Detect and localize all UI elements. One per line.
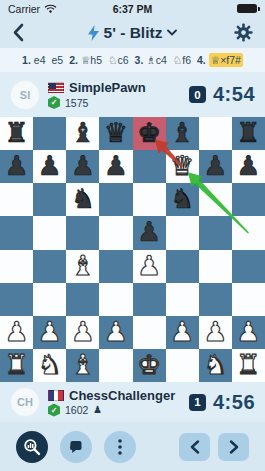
square-d1[interactable]	[99, 349, 132, 382]
square-b5[interactable]	[33, 216, 66, 249]
lightning-icon	[88, 25, 99, 41]
chevron-right-icon	[229, 440, 239, 454]
move-number: 3.	[135, 54, 144, 66]
white-king: ♚	[137, 351, 161, 378]
chevron-down-icon	[167, 29, 177, 36]
square-g5[interactable]	[199, 216, 232, 249]
square-b2[interactable]: ♟	[33, 316, 66, 349]
square-d3[interactable]	[99, 283, 132, 316]
white-bishop: ♝	[71, 351, 95, 378]
verified-badge-icon: ✓	[48, 96, 60, 109]
square-f4[interactable]	[166, 250, 199, 283]
analysis-magnifier-icon	[23, 438, 41, 456]
chess-board[interactable]: ♜♝♛♚♝♜♟♟♟♟♛♟♟♞♞♟♝♟♟♟♟♟♟♟♟♜♞♝♚♞♜	[0, 117, 265, 382]
white-pawn: ♟	[38, 318, 62, 345]
chat-bubble-icon	[68, 439, 84, 455]
square-c1[interactable]: ♝	[66, 349, 99, 382]
flag-us-icon	[48, 82, 64, 93]
square-g4[interactable]	[199, 250, 232, 283]
square-a8[interactable]: ♜	[0, 117, 33, 150]
move-token[interactable]: ♗c4	[146, 54, 167, 66]
square-c8[interactable]: ♝	[66, 117, 99, 150]
square-g7[interactable]: ♟	[199, 150, 232, 183]
chevron-left-icon	[190, 440, 200, 454]
square-g1[interactable]: ♞	[199, 349, 232, 382]
square-h3[interactable]	[232, 283, 265, 316]
white-knight: ♞	[203, 351, 227, 378]
black-knight: ♞	[71, 185, 95, 212]
black-rook: ♜	[4, 119, 28, 146]
avatar-bottom[interactable]: CH	[10, 387, 40, 417]
pawn-icon: ♟	[93, 405, 102, 415]
square-h1[interactable]: ♜	[232, 349, 265, 382]
white-rook: ♜	[4, 351, 28, 378]
move-token[interactable]: ♘c6	[108, 54, 129, 66]
white-pawn: ♟	[4, 318, 28, 345]
analysis-button[interactable]	[16, 431, 48, 463]
square-a6[interactable]	[0, 183, 33, 216]
square-e1[interactable]: ♚	[133, 349, 166, 382]
game-clock-bottom: 4:56	[213, 391, 255, 414]
square-f3[interactable]	[166, 283, 199, 316]
player-rating-bottom: 1602	[65, 404, 88, 416]
square-d4[interactable]	[99, 250, 132, 283]
white-pawn: ♟	[137, 252, 161, 279]
square-e7[interactable]	[133, 150, 166, 183]
black-pawn: ♟	[137, 218, 161, 245]
square-e8[interactable]: ♚	[133, 117, 166, 150]
white-pawn: ♟	[236, 318, 260, 345]
square-a5[interactable]	[0, 216, 33, 249]
square-e3[interactable]	[133, 283, 166, 316]
square-b6[interactable]	[33, 183, 66, 216]
black-bishop: ♝	[170, 119, 194, 146]
gear-icon	[234, 23, 253, 42]
black-pawn: ♟	[4, 152, 28, 179]
square-b1[interactable]: ♞	[33, 349, 66, 382]
prev-move-button[interactable]	[179, 433, 210, 461]
square-a3[interactable]	[0, 283, 33, 316]
square-d5[interactable]	[99, 216, 132, 249]
square-h4[interactable]	[232, 250, 265, 283]
square-a2[interactable]: ♟	[0, 316, 33, 349]
player-rating-top: 1575	[65, 97, 88, 109]
square-b7[interactable]: ♟	[33, 150, 66, 183]
white-pawn: ♟	[71, 318, 95, 345]
clock-time: 6:37 PM	[0, 3, 265, 15]
score-badge-top: 0	[189, 86, 206, 103]
app-header: 5' - Blitz	[0, 17, 265, 48]
square-h6[interactable]	[232, 183, 265, 216]
square-d8[interactable]: ♛	[99, 117, 132, 150]
game-mode-dropdown[interactable]: 5' - Blitz	[0, 24, 265, 42]
status-bar: Carrier 6:37 PM	[0, 0, 265, 17]
flag-fr-icon	[48, 390, 64, 401]
square-a1[interactable]: ♜	[0, 349, 33, 382]
player-bottom[interactable]: CH ChessChallenger ✓ 1602 ♟ 1 4:56	[0, 382, 265, 422]
square-h8[interactable]: ♜	[232, 117, 265, 150]
white-knight: ♞	[38, 351, 62, 378]
vertical-ellipsis-icon	[117, 438, 123, 456]
settings-button[interactable]	[234, 23, 253, 42]
next-move-button[interactable]	[218, 433, 249, 461]
square-c4[interactable]: ♝	[66, 250, 99, 283]
square-g8[interactable]	[199, 117, 232, 150]
black-rook: ♜	[236, 119, 260, 146]
move-token[interactable]: e5	[52, 54, 64, 66]
black-queen: ♛	[104, 119, 128, 146]
move-token[interactable]: ♘f6	[173, 54, 191, 66]
square-c5[interactable]	[66, 216, 99, 249]
square-e6[interactable]	[133, 183, 166, 216]
square-d6[interactable]	[99, 183, 132, 216]
white-pawn: ♟	[104, 318, 128, 345]
score-badge-bottom: 1	[189, 394, 206, 411]
bottom-toolbar	[0, 422, 265, 471]
back-button[interactable]	[12, 23, 24, 42]
square-g3[interactable]	[199, 283, 232, 316]
black-king: ♚	[137, 119, 161, 146]
square-c2[interactable]: ♟	[66, 316, 99, 349]
square-f2[interactable]: ♟	[166, 316, 199, 349]
square-b4[interactable]	[33, 250, 66, 283]
white-rook: ♜	[236, 351, 260, 378]
square-g2[interactable]: ♟	[199, 316, 232, 349]
square-h7[interactable]: ♟	[232, 150, 265, 183]
square-d2[interactable]: ♟	[99, 316, 132, 349]
square-d7[interactable]: ♟	[99, 150, 132, 183]
square-g6[interactable]	[199, 183, 232, 216]
square-b3[interactable]	[33, 283, 66, 316]
game-clock-top: 4:54	[213, 83, 255, 106]
black-bishop: ♝	[71, 119, 95, 146]
white-bishop: ♝	[71, 252, 95, 279]
square-f7[interactable]: ♛	[166, 150, 199, 183]
black-knight: ♞	[170, 185, 194, 212]
move-number: 2.	[69, 54, 78, 66]
verified-badge-icon: ✓	[48, 404, 60, 417]
avatar-top[interactable]: SI	[10, 80, 40, 110]
square-f1[interactable]	[166, 349, 199, 382]
white-pawn: ♟	[203, 318, 227, 345]
move-token[interactable]: ♕×f7#	[209, 53, 243, 67]
square-f8[interactable]: ♝	[166, 117, 199, 150]
white-pawn: ♟	[170, 318, 194, 345]
game-mode-title: 5' - Blitz	[104, 24, 163, 42]
square-c3[interactable]	[66, 283, 99, 316]
black-pawn: ♟	[38, 152, 62, 179]
move-number: 4.	[197, 54, 206, 66]
move-token[interactable]: e4	[34, 54, 46, 66]
square-a4[interactable]	[0, 250, 33, 283]
black-pawn: ♟	[104, 152, 128, 179]
square-f6[interactable]: ♞	[166, 183, 199, 216]
black-pawn: ♟	[71, 152, 95, 179]
more-options-button[interactable]	[104, 431, 136, 463]
player-name-top: SimplePawn	[69, 80, 146, 95]
square-f5[interactable]	[166, 216, 199, 249]
square-e5[interactable]: ♟	[133, 216, 166, 249]
square-c6[interactable]: ♞	[66, 183, 99, 216]
chat-button[interactable]	[60, 431, 92, 463]
white-queen: ♛	[170, 152, 194, 179]
move-list: 1.e4e52.♕h5♘c63.♗c4♘f64.♕×f7#	[0, 48, 265, 72]
player-name-bottom: ChessChallenger	[69, 388, 175, 403]
black-pawn: ♟	[236, 152, 260, 179]
square-b8[interactable]	[33, 117, 66, 150]
square-e4[interactable]: ♟	[133, 250, 166, 283]
square-c7[interactable]: ♟	[66, 150, 99, 183]
square-a7[interactable]: ♟	[0, 150, 33, 183]
black-pawn: ♟	[203, 152, 227, 179]
player-top[interactable]: SI SimplePawn ✓ 1575 0 4:54	[0, 72, 265, 117]
move-token[interactable]: ♕h5	[81, 54, 102, 66]
square-h5[interactable]	[232, 216, 265, 249]
battery-icon	[237, 4, 257, 13]
square-e2[interactable]	[133, 316, 166, 349]
square-h2[interactable]: ♟	[232, 316, 265, 349]
move-number: 1.	[22, 54, 31, 66]
